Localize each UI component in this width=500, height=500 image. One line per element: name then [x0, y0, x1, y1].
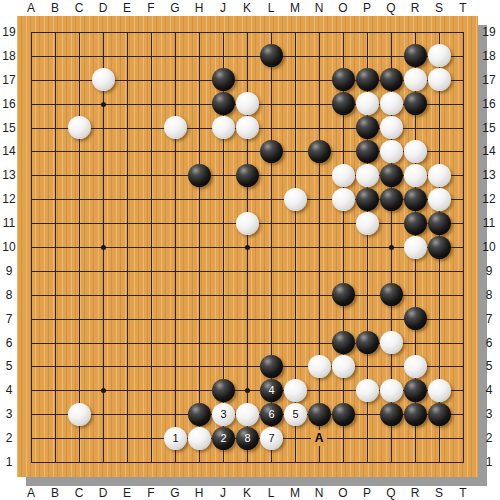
coord-label-top: E — [117, 1, 137, 15]
stone-white: 7 — [260, 427, 283, 450]
stone-black: 6 — [260, 403, 283, 426]
coord-label-bottom: J — [213, 486, 233, 500]
move-number: 1 — [164, 427, 187, 450]
stone-black — [356, 116, 379, 139]
stone-white — [428, 164, 451, 187]
coord-label-bottom: G — [165, 486, 185, 500]
stone-black — [212, 92, 235, 115]
coord-label-left: 17 — [0, 73, 18, 87]
stone-white — [212, 116, 235, 139]
move-number: 8 — [236, 427, 259, 450]
coord-label-right: 7 — [480, 312, 498, 326]
coord-label-bottom: R — [405, 486, 425, 500]
stone-white — [404, 355, 427, 378]
stone-white — [332, 188, 355, 211]
coord-label-top: J — [213, 1, 233, 15]
stone-black — [404, 44, 427, 67]
stone-black — [308, 140, 331, 163]
coord-label-left: 13 — [0, 168, 18, 182]
coord-label-right: 15 — [480, 121, 498, 135]
stone-black — [308, 403, 331, 426]
coord-label-top: Q — [381, 1, 401, 15]
move-number: 3 — [212, 403, 235, 426]
coord-label-top: L — [261, 1, 281, 15]
stone-black — [356, 188, 379, 211]
stone-black: 4 — [260, 379, 283, 402]
stone-white — [236, 403, 259, 426]
stone-black: 8 — [236, 427, 259, 450]
coord-label-bottom: E — [117, 486, 137, 500]
stone-black — [380, 188, 403, 211]
stone-white — [92, 68, 115, 91]
stone-white — [404, 164, 427, 187]
coord-label-left: 16 — [0, 97, 18, 111]
stone-white — [68, 116, 91, 139]
coord-label-bottom: P — [357, 486, 377, 500]
star-point — [245, 245, 250, 250]
grid-line — [463, 32, 464, 463]
coord-label-top: B — [45, 1, 65, 15]
coord-label-bottom: O — [333, 486, 353, 500]
coord-label-top: F — [141, 1, 161, 15]
coord-label-top: R — [405, 1, 425, 15]
coord-label-bottom: F — [141, 486, 161, 500]
coord-label-top: K — [237, 1, 257, 15]
stone-white — [404, 68, 427, 91]
stone-black — [404, 92, 427, 115]
move-number: 5 — [284, 403, 307, 426]
coord-label-right: 10 — [480, 240, 498, 254]
stone-black: 2 — [212, 427, 235, 450]
coord-label-bottom: D — [93, 486, 113, 500]
stone-black — [404, 307, 427, 330]
coord-label-left: 12 — [0, 192, 18, 206]
coord-label-bottom: T — [453, 486, 473, 500]
coord-label-bottom: A — [21, 486, 41, 500]
coord-label-right: 3 — [480, 407, 498, 421]
coord-label-bottom: Q — [381, 486, 401, 500]
coord-label-left: 6 — [0, 336, 18, 350]
stone-white — [380, 140, 403, 163]
coord-label-left: 14 — [0, 144, 18, 158]
coord-label-right: 13 — [480, 168, 498, 182]
stone-white — [356, 379, 379, 402]
stone-black — [380, 68, 403, 91]
coord-label-left: 11 — [0, 216, 18, 230]
coord-label-bottom: N — [309, 486, 329, 500]
stone-black — [404, 379, 427, 402]
grid-line — [31, 271, 464, 272]
stone-black — [260, 355, 283, 378]
coord-label-left: 4 — [0, 383, 18, 397]
coord-label-left: 5 — [0, 359, 18, 373]
stone-black — [212, 68, 235, 91]
coord-label-bottom: M — [285, 486, 305, 500]
stone-white — [236, 212, 259, 235]
coord-label-top: T — [453, 1, 473, 15]
stone-black — [260, 44, 283, 67]
stone-black — [260, 140, 283, 163]
coord-label-bottom: L — [261, 486, 281, 500]
stone-black — [212, 379, 235, 402]
stone-black — [380, 164, 403, 187]
coord-label-right: 17 — [480, 73, 498, 87]
star-point — [101, 245, 106, 250]
coord-label-left: 15 — [0, 121, 18, 135]
coord-label-right: 1 — [480, 455, 498, 469]
stone-white — [428, 379, 451, 402]
stone-white — [236, 92, 259, 115]
stone-white — [332, 355, 355, 378]
star-point — [389, 245, 394, 250]
stone-white — [356, 164, 379, 187]
stone-black — [356, 140, 379, 163]
stone-white: 3 — [212, 403, 235, 426]
coord-label-right: 18 — [480, 49, 498, 63]
coord-label-top: H — [189, 1, 209, 15]
coord-label-right: 11 — [480, 216, 498, 230]
coord-label-left: 19 — [0, 25, 18, 39]
coord-label-right: 16 — [480, 97, 498, 111]
coord-label-right: 9 — [480, 264, 498, 278]
coord-label-bottom: B — [45, 486, 65, 500]
coord-label-right: 5 — [480, 359, 498, 373]
stone-black — [356, 331, 379, 354]
stone-black — [188, 164, 211, 187]
grid-line — [31, 462, 464, 463]
stone-black — [428, 403, 451, 426]
stone-white — [188, 427, 211, 450]
stone-white — [68, 403, 91, 426]
stone-black — [404, 188, 427, 211]
stone-black — [332, 92, 355, 115]
coord-label-left: 3 — [0, 407, 18, 421]
stone-white: 5 — [284, 403, 307, 426]
stone-white — [404, 140, 427, 163]
stone-white — [380, 379, 403, 402]
stone-black — [380, 283, 403, 306]
stone-black — [332, 403, 355, 426]
stone-black — [404, 212, 427, 235]
stone-white — [236, 116, 259, 139]
stone-black — [428, 212, 451, 235]
grid-line — [319, 32, 320, 463]
coord-label-top: N — [309, 1, 329, 15]
coord-label-right: 19 — [480, 25, 498, 39]
coord-label-right: 6 — [480, 336, 498, 350]
stone-black — [428, 236, 451, 259]
star-point — [101, 388, 106, 393]
move-number: 7 — [260, 427, 283, 450]
coord-label-top: C — [69, 1, 89, 15]
coord-label-left: 1 — [0, 455, 18, 469]
coord-label-right: 12 — [480, 192, 498, 206]
coord-label-bottom: H — [189, 486, 209, 500]
grid-line — [31, 319, 464, 320]
stone-black — [332, 283, 355, 306]
stone-white — [428, 44, 451, 67]
coord-label-bottom: S — [429, 486, 449, 500]
coord-label-left: 9 — [0, 264, 18, 278]
stone-white — [356, 212, 379, 235]
stone-black — [404, 403, 427, 426]
coord-label-top: O — [333, 1, 353, 15]
coord-label-top: D — [93, 1, 113, 15]
stone-black — [356, 68, 379, 91]
stone-white — [404, 236, 427, 259]
stone-white — [308, 355, 331, 378]
coord-label-top: P — [357, 1, 377, 15]
star-point — [245, 388, 250, 393]
stone-white — [380, 116, 403, 139]
stone-white — [428, 68, 451, 91]
move-number: 2 — [212, 427, 235, 450]
coord-label-right: 4 — [480, 383, 498, 397]
stone-black — [380, 403, 403, 426]
coord-label-top: S — [429, 1, 449, 15]
coord-label-left: 10 — [0, 240, 18, 254]
stone-white — [380, 331, 403, 354]
stone-black — [236, 164, 259, 187]
stone-black — [188, 403, 211, 426]
star-point — [101, 102, 106, 107]
coord-label-bottom: C — [69, 486, 89, 500]
stone-black — [332, 331, 355, 354]
coord-label-top: A — [21, 1, 41, 15]
coord-label-bottom: K — [237, 486, 257, 500]
stone-white — [356, 92, 379, 115]
coord-label-left: 8 — [0, 288, 18, 302]
coord-label-left: 18 — [0, 49, 18, 63]
stone-white — [380, 92, 403, 115]
stone-white — [164, 116, 187, 139]
coord-label-top: G — [165, 1, 185, 15]
coord-label-right: 14 — [480, 144, 498, 158]
stone-white — [284, 188, 307, 211]
stone-white — [332, 164, 355, 187]
stone-white: 1 — [164, 427, 187, 450]
stone-black — [332, 68, 355, 91]
coord-label-right: 2 — [480, 431, 498, 445]
coord-label-right: 8 — [480, 288, 498, 302]
stone-white — [428, 188, 451, 211]
go-board-screen: AABBCCDDEEFFGGHHJJKKLLMMNNOOPPQQRRSSTT19… — [0, 0, 500, 500]
move-number: 4 — [260, 379, 283, 402]
annotation-label[interactable]: A — [311, 430, 327, 446]
board-overlay: AABBCCDDEEFFGGHHJJKKLLMMNNOOPPQQRRSSTT19… — [0, 0, 500, 500]
coord-label-left: 2 — [0, 431, 18, 445]
move-number: 6 — [260, 403, 283, 426]
grid-line — [31, 366, 464, 367]
coord-label-top: M — [285, 1, 305, 15]
coord-label-left: 7 — [0, 312, 18, 326]
stone-white — [284, 379, 307, 402]
